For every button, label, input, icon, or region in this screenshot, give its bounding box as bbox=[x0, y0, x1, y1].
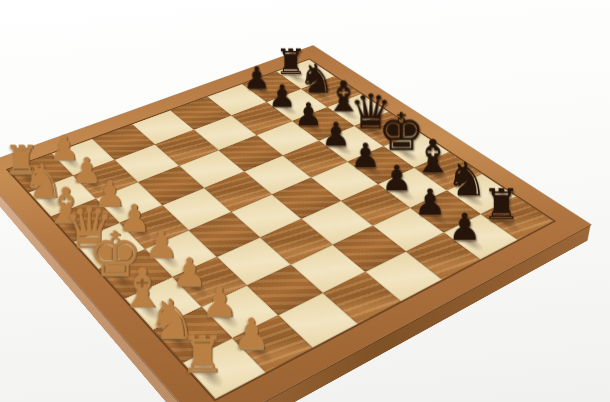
white-rook-h1: ♜ bbox=[172, 332, 232, 379]
black-pawn-h7: ♟ bbox=[439, 210, 491, 244]
chess-board-grid: ♜♞♝♛♚♝♞♜♟♟♟♟♟♟♟♟♟♟♟♟♟♟♟♟♜♞♝♛♚♝♞♜ bbox=[8, 60, 553, 399]
square-h3 bbox=[279, 293, 358, 348]
chess-board: ♜♞♝♛♚♝♞♜♟♟♟♟♟♟♟♟♟♟♟♟♟♟♟♟♜♞♝♛♚♝♞♜ bbox=[0, 46, 591, 402]
photo-background: ♜♞♝♛♚♝♞♜♟♟♟♟♟♟♟♟♟♟♟♟♟♟♟♟♜♞♝♛♚♝♞♜ bbox=[0, 0, 610, 402]
